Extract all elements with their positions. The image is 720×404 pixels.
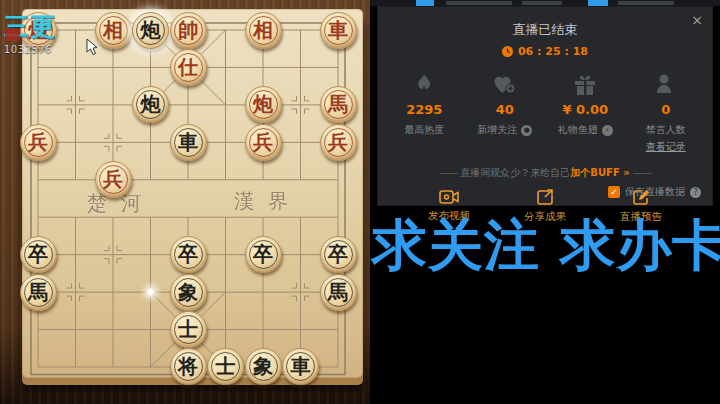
toolbar-item [618,1,674,5]
piece-glyph: 兵 [96,162,131,197]
piece-glyph: 相 [96,13,131,48]
stat-label: 新增关注 [477,123,517,137]
video-icon [439,189,459,205]
follow-badge-icon[interactable]: ● [521,125,532,136]
stream-duration: 06 : 25 : 18 [378,45,712,58]
piece-glyph: 士 [171,312,206,347]
share-icon [537,189,554,206]
watermark-red-mark [5,29,20,41]
clock-icon [502,46,513,57]
stats-row: 2295 最高热度 40 新增关注 ● [378,71,712,154]
person-mute-icon [656,74,676,95]
piece-black-炮-4x3[interactable]: 炮 [132,86,169,123]
piece-black-卒-5x7[interactable]: 卒 [170,236,207,273]
piece-black-卒-9x7[interactable]: 卒 [320,236,357,273]
stat-label: 禁言人数 [646,123,686,137]
piece-glyph: 馬 [321,275,356,310]
toolbar-blue-button[interactable] [588,0,608,6]
piece-red-仕-5x2[interactable]: 仕 [170,49,207,86]
gift-badge-icon[interactable]: › [602,125,613,136]
toolbar-blue-button[interactable] [416,0,434,6]
piece-glyph: 炮 [133,13,168,48]
piece-red-馬-9x3[interactable]: 馬 [320,86,357,123]
piece-glyph: 士 [208,349,243,384]
piece-red-帥-5x1[interactable]: 帥 [170,12,207,49]
sparkle-effect [138,279,164,305]
piece-black-馬-9x8[interactable]: 馬 [320,274,357,311]
close-icon[interactable]: × [691,13,703,27]
stat-value: 40 [496,102,514,117]
pieces-layer: 炮相炮帥相車仕炮炮馬兵車兵兵兵卒卒卒卒馬象馬士将士象車 [0,0,370,404]
piece-glyph: 兵 [321,125,356,160]
dash-left: —— [439,167,457,178]
piece-black-象-7x10[interactable]: 象 [245,348,282,385]
save-data-row: ✓ 保存直播数据 ? [608,185,701,199]
piece-glyph: 卒 [171,237,206,272]
stat-label: 礼物鱼翅 [558,123,598,137]
piece-red-兵-7x4[interactable]: 兵 [245,124,282,161]
dialog-title: 直播已结束 [378,21,712,39]
piece-glyph: 卒 [246,237,281,272]
piece-red-相-7x1[interactable]: 相 [245,12,282,49]
watermark-number: 1032576 [4,44,84,55]
piece-glyph: 兵 [246,125,281,160]
duration-value: 06 : 25 : 18 [518,45,588,58]
save-checkbox-label: 保存直播数据 [625,185,685,199]
dash-right: —— [633,167,651,178]
gift-icon [574,74,596,95]
piece-black-車-8x10[interactable]: 車 [282,348,319,385]
piece-red-兵-3x5[interactable]: 兵 [95,161,132,198]
piece-black-馬-1x8[interactable]: 馬 [20,274,57,311]
piece-glyph: 炮 [246,87,281,122]
piece-glyph: 車 [283,349,318,384]
xiangqi-panel: 楚河 漢界 炮相炮帥相車仕炮炮馬兵車兵兵兵卒卒卒卒馬象馬士将士象車 三更 103… [0,0,370,404]
buff-text: 直播间观众少？来给自己 [460,167,570,178]
piece-red-兵-9x4[interactable]: 兵 [320,124,357,161]
stat-value: 2295 [406,102,442,117]
piece-red-車-9x1[interactable]: 車 [320,12,357,49]
piece-red-炮-7x3[interactable]: 炮 [245,86,282,123]
stat-new-follows: 40 新增关注 ● [465,71,546,154]
piece-black-車-5x4[interactable]: 車 [170,124,207,161]
screen: 楚河 漢界 炮相炮帥相車仕炮炮馬兵車兵兵兵卒卒卒卒馬象馬士将士象車 三更 103… [0,0,720,404]
stream-panel: × 直播已结束 06 : 25 : 18 2295 最高热度 [370,0,720,404]
overlay-caption: 求关注 求办卡 [370,208,720,284]
piece-glyph: 炮 [133,87,168,122]
stat-value: 0 [661,102,670,117]
view-records-link[interactable]: 查看记录 [646,140,686,154]
piece-glyph: 象 [246,349,281,384]
piece-glyph: 卒 [321,237,356,272]
piece-black-炮-4x1[interactable]: 炮 [132,12,169,49]
streamer-watermark: 三更 1032576 [4,10,84,55]
stream-ended-dialog: × 直播已结束 06 : 25 : 18 2295 最高热度 [378,7,712,205]
piece-glyph: 仕 [171,50,206,85]
stat-label: 最高热度 [404,123,444,137]
stat-value: ¥ 0.00 [562,102,608,117]
stat-peak-heat: 2295 最高热度 [384,71,465,154]
background-toolbar [370,0,720,6]
toolbar-item [522,1,562,5]
toolbar-item [446,1,512,5]
piece-glyph: 兵 [21,125,56,160]
help-icon[interactable]: ? [690,187,701,198]
piece-glyph: 将 [171,349,206,384]
piece-black-将-5x10[interactable]: 将 [170,348,207,385]
heart-plus-icon [494,75,516,95]
mouse-cursor-icon [86,38,100,56]
piece-glyph: 馬 [21,275,56,310]
stat-banned: 0 禁言人数 查看记录 [626,71,707,154]
buff-link[interactable]: 加个BUFF » [570,167,629,178]
piece-glyph: 車 [321,13,356,48]
piece-black-卒-1x7[interactable]: 卒 [20,236,57,273]
piece-glyph: 帥 [171,13,206,48]
stat-gifts: ¥ 0.00 礼物鱼翅 › [545,71,626,154]
piece-red-相-3x1[interactable]: 相 [95,12,132,49]
piece-glyph: 卒 [21,237,56,272]
piece-glyph: 車 [171,125,206,160]
piece-red-兵-1x4[interactable]: 兵 [20,124,57,161]
save-checkbox[interactable]: ✓ [608,186,620,198]
piece-black-卒-7x7[interactable]: 卒 [245,236,282,273]
piece-black-象-5x8[interactable]: 象 [170,274,207,311]
buff-promo-line: —— 直播间观众少？来给自己加个BUFF » —— [378,166,712,180]
piece-glyph: 馬 [321,87,356,122]
piece-glyph: 相 [246,13,281,48]
piece-glyph: 象 [171,275,206,310]
piece-black-士-6x10[interactable]: 士 [207,348,244,385]
flame-icon [414,73,434,95]
piece-black-士-5x9[interactable]: 士 [170,311,207,348]
